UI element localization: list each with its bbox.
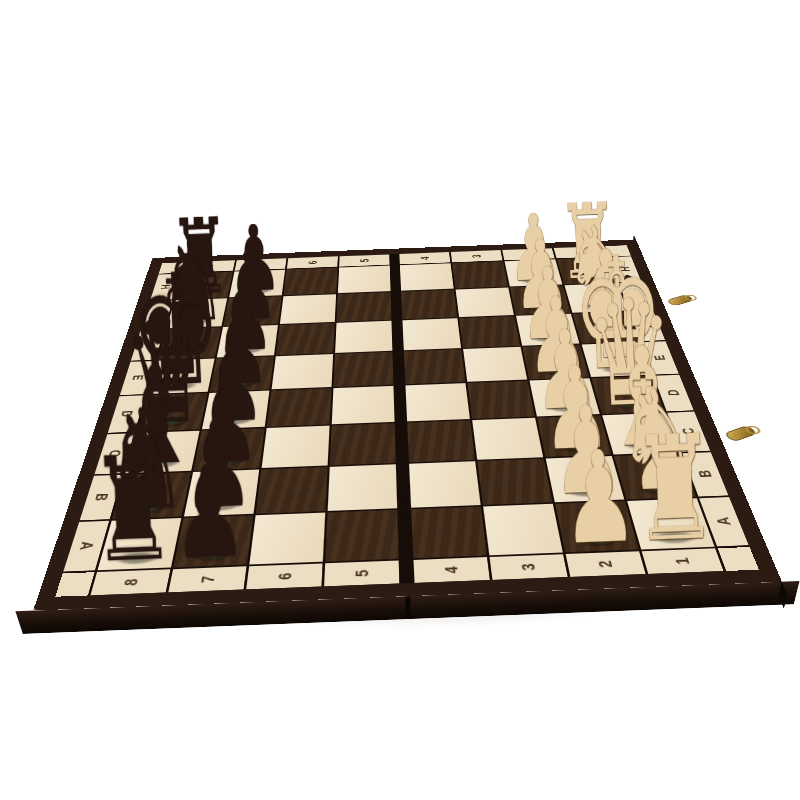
square-f3[interactable] <box>459 316 520 348</box>
square-a8[interactable]: ♜ <box>98 518 182 570</box>
chess-board: 87654321H♟♜♟♟♜H♟G∷♞♟♟♞G∷F♝♟♟♝FE♚♟♟♚ED♛♟♟… <box>33 239 782 610</box>
fold-seam <box>393 320 402 350</box>
rank-label-bottom-1: 1 <box>642 548 724 574</box>
dark-rook-a8[interactable]: ♜ <box>88 452 178 568</box>
rank-label-bottom-5: 5 <box>324 560 399 586</box>
square-a4[interactable] <box>411 507 487 559</box>
square-g4[interactable] <box>401 290 457 320</box>
fold-seam <box>397 423 407 463</box>
fold-seam <box>400 509 411 558</box>
square-g6[interactable] <box>280 294 336 324</box>
chess-set-photo: 87654321H♟♜♟♟♜H♟G∷♞♟♟♞G∷F♝♟♟♝FE♚♟♟♚ED♛♟♟… <box>0 0 800 800</box>
square-b3[interactable] <box>477 459 552 505</box>
square-d6[interactable] <box>267 388 332 427</box>
light-rook-a1[interactable]: ♜ <box>630 431 720 547</box>
fold-seam <box>392 292 400 320</box>
rank-label-bottom-8: 8 <box>90 569 170 595</box>
fold-seam <box>391 254 398 265</box>
square-g5[interactable] <box>337 292 392 322</box>
square-b4[interactable] <box>409 461 481 508</box>
fold-seam <box>398 464 409 508</box>
corner-cell <box>55 572 94 597</box>
square-e6[interactable] <box>272 354 334 389</box>
rank-label-bottom-6: 6 <box>246 563 323 589</box>
square-a7[interactable]: ♟ <box>173 515 253 567</box>
rank-label-bottom-7: 7 <box>168 566 246 592</box>
brass-clasp-lower[interactable] <box>723 425 758 442</box>
square-b6[interactable] <box>256 467 328 514</box>
square-a1[interactable]: ♜ <box>627 498 715 549</box>
square-f6[interactable] <box>276 323 335 355</box>
square-b5[interactable] <box>328 464 398 511</box>
square-e4[interactable] <box>404 349 465 384</box>
fold-seam <box>394 351 403 384</box>
fold-seam <box>391 265 399 291</box>
square-a6[interactable] <box>249 513 325 565</box>
dark-pawn-a7[interactable]: ♟ <box>169 462 248 564</box>
square-c3[interactable] <box>472 418 543 460</box>
square-c4[interactable] <box>407 420 475 462</box>
square-h3[interactable] <box>452 261 508 288</box>
rank-label-bottom-2: 2 <box>566 551 646 577</box>
corner-cell <box>718 547 759 571</box>
board-grid: 87654321H♟♜♟♟♜H♟G∷♞♟♟♞G∷F♝♟♟♝FE♚♟♟♚ED♛♟♟… <box>33 239 782 610</box>
light-pawn-a2[interactable]: ♟ <box>560 447 639 549</box>
square-f4[interactable] <box>402 318 461 350</box>
square-a5[interactable] <box>325 510 398 562</box>
square-e3[interactable] <box>463 347 527 382</box>
square-d4[interactable] <box>405 383 469 421</box>
square-h6[interactable] <box>284 268 338 296</box>
fold-seam <box>401 560 412 583</box>
square-g3[interactable] <box>456 287 514 317</box>
rank-label-bottom-4: 4 <box>414 557 490 583</box>
square-f5[interactable] <box>335 321 392 353</box>
square-d5[interactable] <box>332 386 395 424</box>
square-a3[interactable] <box>483 504 563 555</box>
square-e5[interactable] <box>333 352 393 387</box>
square-h4[interactable] <box>400 263 454 290</box>
square-c5[interactable] <box>330 423 396 465</box>
fold-seam <box>395 385 405 421</box>
square-d3[interactable] <box>467 381 534 419</box>
square-c6[interactable] <box>262 426 330 468</box>
square-a2[interactable]: ♟ <box>555 501 639 552</box>
square-h5[interactable] <box>338 266 391 294</box>
rank-label-bottom-3: 3 <box>490 554 568 580</box>
